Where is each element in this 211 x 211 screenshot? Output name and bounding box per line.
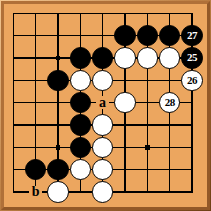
- star-point: [56, 145, 61, 150]
- stone-black: [47, 70, 69, 92]
- stone-white: [70, 159, 92, 181]
- stone-black: [92, 47, 114, 69]
- move-number: 26: [187, 74, 197, 85]
- stone-black: [70, 137, 92, 159]
- stone-black: [70, 92, 92, 114]
- go-diagram: 27252628ab: [0, 0, 211, 211]
- stone-white: [159, 47, 181, 69]
- stone-white: [92, 159, 114, 181]
- stone-white-move-26: 26: [181, 70, 203, 92]
- point-label-b: b: [29, 186, 42, 199]
- stone-black: [159, 25, 181, 47]
- go-board[interactable]: 27252628ab: [4, 4, 207, 207]
- star-point: [145, 145, 150, 150]
- stone-black-move-27: 27: [181, 25, 203, 47]
- stone-white: [114, 47, 136, 69]
- stone-black: [114, 25, 136, 47]
- board-frame: 27252628ab: [1, 1, 210, 210]
- stone-black: [70, 114, 92, 136]
- stone-black: [70, 47, 92, 69]
- move-number: 25: [187, 52, 197, 63]
- stone-white: [92, 181, 114, 203]
- move-number: 27: [187, 30, 197, 41]
- stone-white: [114, 92, 136, 114]
- stone-black: [25, 159, 47, 181]
- stone-white: [137, 47, 159, 69]
- stone-white: [92, 114, 114, 136]
- point-label-a: a: [96, 96, 109, 109]
- stone-black-move-25: 25: [181, 47, 203, 69]
- stone-white: [92, 137, 114, 159]
- star-point: [56, 56, 61, 61]
- stone-black: [47, 159, 69, 181]
- stone-white: [70, 70, 92, 92]
- move-number: 28: [165, 97, 175, 108]
- stone-white: [92, 70, 114, 92]
- stone-white-move-28: 28: [159, 92, 181, 114]
- stone-black: [137, 25, 159, 47]
- stone-white: [47, 181, 69, 203]
